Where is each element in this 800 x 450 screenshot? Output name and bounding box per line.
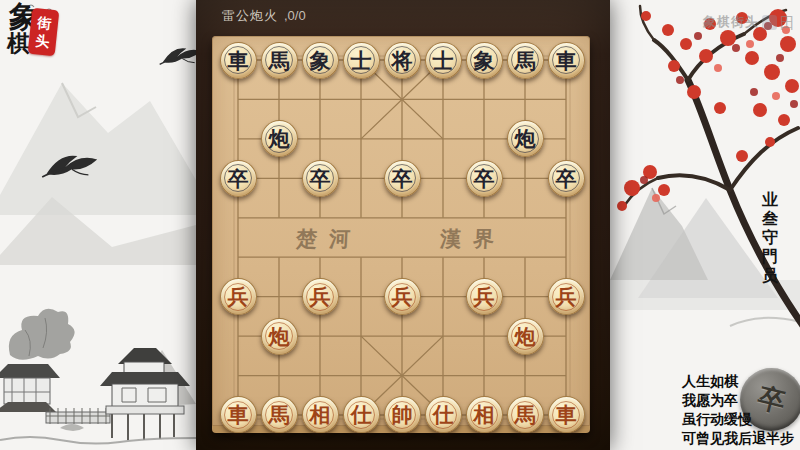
board-point-r8c3[interactable] (341, 356, 382, 395)
board-point-r5c1[interactable] (259, 237, 300, 276)
red-piece-馬[interactable]: 馬 (261, 396, 298, 433)
red-piece-兵[interactable]: 兵 (302, 278, 339, 315)
board-point-r7c8[interactable] (546, 316, 587, 355)
board-point-r3c4[interactable]: 卒 (382, 159, 423, 198)
board-point-r5c8[interactable] (546, 237, 587, 276)
red-piece-車[interactable]: 車 (548, 396, 585, 433)
black-piece-卒[interactable]: 卒 (384, 160, 421, 197)
board-point-r7c1[interactable]: 炮 (259, 316, 300, 355)
right-art-panel: 象棋街头 田 业叁守門员 人生如棋 我愿为卒 虽行动缓慢 可曾见我后退半步 卒 (610, 0, 800, 450)
board-point-r9c6[interactable]: 相 (464, 395, 505, 434)
board-point-r6c1[interactable] (259, 277, 300, 316)
stream-watermark: 象棋街头 田 (703, 13, 795, 31)
plum-blossom-icon (610, 0, 800, 340)
board-point-r3c3[interactable] (341, 159, 382, 198)
crane-icon (40, 145, 106, 187)
pavilion-icon (0, 300, 196, 450)
board-point-r8c0[interactable] (218, 356, 259, 395)
board-point-r0c2[interactable]: 象 (300, 40, 341, 79)
board-point-r4c0[interactable] (218, 198, 259, 237)
xiangqi-board[interactable]: 楚河 漢界 車馬象士将士象馬車炮炮卒卒卒卒卒兵兵兵兵兵炮炮車馬相仕帥仕相馬車 (212, 36, 590, 433)
black-piece-卒[interactable]: 卒 (302, 160, 339, 197)
board-point-r9c4[interactable]: 帥 (382, 395, 423, 434)
red-piece-仕[interactable]: 仕 (343, 396, 380, 433)
black-piece-馬[interactable]: 馬 (261, 42, 298, 79)
board-point-r2c4[interactable] (382, 119, 423, 158)
black-piece-士[interactable]: 士 (343, 42, 380, 79)
quote-line: 我愿为卒 (682, 391, 794, 410)
board-point-r9c3[interactable]: 仕 (341, 395, 382, 434)
board-point-r3c7[interactable] (505, 159, 546, 198)
board-point-r8c8[interactable] (546, 356, 587, 395)
board-point-r3c1[interactable] (259, 159, 300, 198)
board-point-r6c0[interactable]: 兵 (218, 277, 259, 316)
board-point-r1c4[interactable] (382, 80, 423, 119)
board-point-r9c1[interactable]: 馬 (259, 395, 300, 434)
board-point-r8c7[interactable] (505, 356, 546, 395)
board-point-r6c7[interactable] (505, 277, 546, 316)
match-hud: 雷公炮火 ,0/0 (222, 7, 306, 25)
board-point-r5c5[interactable] (423, 237, 464, 276)
board-point-r1c5[interactable] (423, 80, 464, 119)
board-point-r2c0[interactable] (218, 119, 259, 158)
board-point-r1c2[interactable] (300, 80, 341, 119)
board-point-r3c5[interactable] (423, 159, 464, 198)
board-point-r9c0[interactable]: 車 (218, 395, 259, 434)
board-point-r6c6[interactable]: 兵 (464, 277, 505, 316)
seal-char-bottom: 头 (35, 32, 51, 50)
red-piece-兵[interactable]: 兵 (384, 278, 421, 315)
board-point-r0c1[interactable]: 馬 (259, 40, 300, 79)
board-point-r7c2[interactable] (300, 316, 341, 355)
red-piece-車[interactable]: 車 (220, 396, 257, 433)
black-piece-炮[interactable]: 炮 (261, 120, 298, 157)
board-point-r8c6[interactable] (464, 356, 505, 395)
quote-block: 人生如棋 我愿为卒 虽行动缓慢 可曾见我后退半步 (682, 372, 794, 448)
black-piece-将[interactable]: 将 (384, 42, 421, 79)
board-point-r9c8[interactable]: 車 (546, 395, 587, 434)
board-point-r3c0[interactable]: 卒 (218, 159, 259, 198)
red-piece-兵[interactable]: 兵 (466, 278, 503, 315)
board-point-r4c2[interactable] (300, 198, 341, 237)
red-piece-炮[interactable]: 炮 (261, 318, 298, 355)
board-point-r3c6[interactable]: 卒 (464, 159, 505, 198)
crane-icon (158, 40, 196, 72)
board-point-r2c8[interactable] (546, 119, 587, 158)
watermark-text: 象棋街头 (703, 13, 759, 31)
board-point-r6c4[interactable]: 兵 (382, 277, 423, 316)
match-title: 雷公炮火 (222, 7, 278, 25)
red-piece-仕[interactable]: 仕 (425, 396, 462, 433)
board-point-r1c6[interactable] (464, 80, 505, 119)
board-point-r4c3[interactable] (341, 198, 382, 237)
board-point-r5c0[interactable] (218, 237, 259, 276)
board-point-r6c2[interactable]: 兵 (300, 277, 341, 316)
red-piece-相[interactable]: 相 (466, 396, 503, 433)
board-point-r2c2[interactable] (300, 119, 341, 158)
black-piece-車[interactable]: 車 (548, 42, 585, 79)
board-point-r2c1[interactable]: 炮 (259, 119, 300, 158)
board-point-r0c3[interactable]: 士 (341, 40, 382, 79)
board-point-r0c7[interactable]: 馬 (505, 40, 546, 79)
board-point-r2c6[interactable] (464, 119, 505, 158)
board-point-r4c6[interactable] (464, 198, 505, 237)
board-point-r1c0[interactable] (218, 80, 259, 119)
board-point-r8c5[interactable] (423, 356, 464, 395)
app-window: 象 棋 街 头 (0, 0, 800, 450)
board-point-r4c8[interactable] (546, 198, 587, 237)
board-point-r2c5[interactable] (423, 119, 464, 158)
board-point-r2c3[interactable] (341, 119, 382, 158)
board-point-r6c3[interactable] (341, 277, 382, 316)
board-point-r4c4[interactable] (382, 198, 423, 237)
board-point-r7c6[interactable] (464, 316, 505, 355)
red-piece-相[interactable]: 相 (302, 396, 339, 433)
quote-line: 人生如棋 (682, 372, 794, 391)
board-point-r5c2[interactable] (300, 237, 341, 276)
board-grid: 車馬象士将士象馬車炮炮卒卒卒卒卒兵兵兵兵兵炮炮車馬相仕帥仕相馬車 (218, 40, 587, 434)
board-point-r7c3[interactable] (341, 316, 382, 355)
board-point-r5c4[interactable] (382, 237, 423, 276)
board-point-r3c2[interactable]: 卒 (300, 159, 341, 198)
board-point-r2c7[interactable]: 炮 (505, 119, 546, 158)
board-point-r7c7[interactable]: 炮 (505, 316, 546, 355)
board-point-r0c4[interactable]: 将 (382, 40, 423, 79)
board-point-r8c1[interactable] (259, 356, 300, 395)
black-piece-卒[interactable]: 卒 (466, 160, 503, 197)
black-piece-卒[interactable]: 卒 (548, 160, 585, 197)
red-piece-兵[interactable]: 兵 (548, 278, 585, 315)
board-point-r4c7[interactable] (505, 198, 546, 237)
match-score: ,0/0 (284, 8, 306, 23)
seal-char-top: 街 (37, 14, 53, 32)
left-art-panel: 象 棋 街 头 (0, 0, 196, 450)
board-point-r0c8[interactable]: 車 (546, 40, 587, 79)
board-point-r1c1[interactable] (259, 80, 300, 119)
black-piece-象[interactable]: 象 (466, 42, 503, 79)
red-piece-兵[interactable]: 兵 (220, 278, 257, 315)
logo-seal: 街 头 (28, 8, 60, 57)
logo-qi: 棋 (7, 31, 30, 54)
board-point-r6c5[interactable] (423, 277, 464, 316)
watermark-grid-icon: 田 (780, 15, 795, 30)
board-point-r6c8[interactable]: 兵 (546, 277, 587, 316)
quote-line: 虽行动缓慢 (682, 410, 794, 429)
vertical-motto: 业叁守門员 (762, 190, 780, 285)
watermark-logo-icon (762, 15, 777, 30)
board-point-r1c8[interactable] (546, 80, 587, 119)
board-point-r1c3[interactable] (341, 80, 382, 119)
board-point-r5c3[interactable] (341, 237, 382, 276)
black-piece-象[interactable]: 象 (302, 42, 339, 79)
black-piece-車[interactable]: 車 (220, 42, 257, 79)
board-point-r1c7[interactable] (505, 80, 546, 119)
board-point-r5c6[interactable] (464, 237, 505, 276)
black-piece-士[interactable]: 士 (425, 42, 462, 79)
board-point-r5c7[interactable] (505, 237, 546, 276)
board-point-r9c7[interactable]: 馬 (505, 395, 546, 434)
board-point-r3c8[interactable]: 卒 (546, 159, 587, 198)
black-piece-卒[interactable]: 卒 (220, 160, 257, 197)
red-piece-炮[interactable]: 炮 (507, 318, 544, 355)
board-point-r8c2[interactable] (300, 356, 341, 395)
black-piece-炮[interactable]: 炮 (507, 120, 544, 157)
board-point-r9c5[interactable]: 仕 (423, 395, 464, 434)
board-point-r7c5[interactable] (423, 316, 464, 355)
board-point-r0c5[interactable]: 士 (423, 40, 464, 79)
quote-line: 可曾见我后退半步 (682, 429, 794, 448)
board-point-r4c5[interactable] (423, 198, 464, 237)
board-point-r0c6[interactable]: 象 (464, 40, 505, 79)
black-piece-馬[interactable]: 馬 (507, 42, 544, 79)
game-panel: 雷公炮火 ,0/0 楚河 漢界 車馬象士将士象馬車炮炮卒卒卒卒卒兵兵兵兵兵炮炮車… (196, 0, 610, 450)
board-point-r9c2[interactable]: 相 (300, 395, 341, 434)
board-point-r4c1[interactable] (259, 198, 300, 237)
board-point-r7c4[interactable] (382, 316, 423, 355)
board-point-r8c4[interactable] (382, 356, 423, 395)
red-piece-帥[interactable]: 帥 (384, 396, 421, 433)
red-piece-馬[interactable]: 馬 (507, 396, 544, 433)
board-point-r7c0[interactable] (218, 316, 259, 355)
board-point-r0c0[interactable]: 車 (218, 40, 259, 79)
